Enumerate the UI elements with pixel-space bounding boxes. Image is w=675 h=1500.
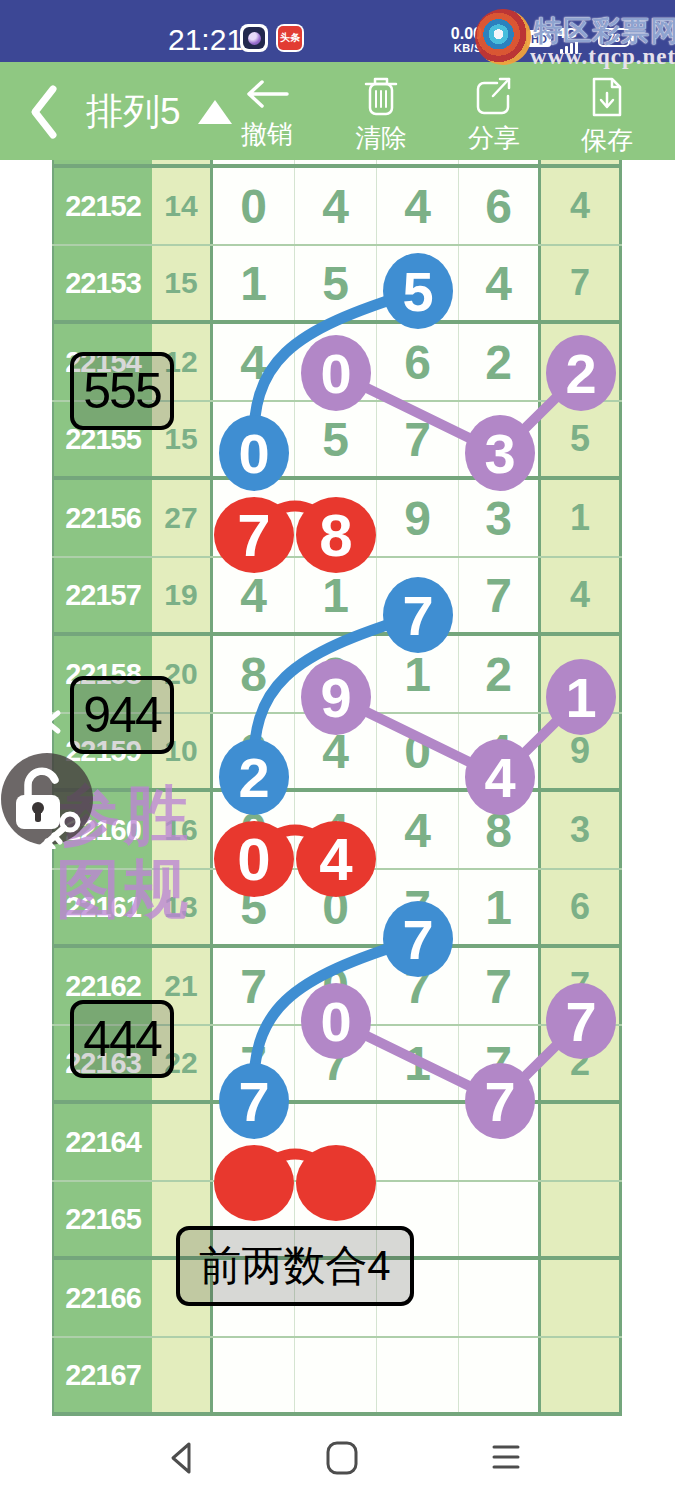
sum-cell: 10 — [152, 714, 213, 788]
digit-cell-3: 1 — [377, 1026, 459, 1100]
sum-cell: 14 — [152, 168, 213, 244]
undo-label: 撤销 — [241, 117, 293, 152]
network-speed-unit: KB/S — [436, 41, 482, 55]
sum-cell: 13 — [152, 870, 213, 944]
digit-cell-5 — [541, 1338, 622, 1412]
table-row: 22162 21 7 0 7 7 7 — [52, 948, 622, 1026]
trend-table: 22152 14 0 4 4 6 4 22153 15 1 5 5 4 7 22… — [52, 160, 622, 1420]
sum-cell — [152, 1182, 213, 1256]
digit-cell-4: 8 — [459, 792, 541, 868]
digit-cell-3: 0 — [377, 714, 459, 788]
table-row: 22166 — [52, 1260, 622, 1338]
status-time: 21:21 — [168, 23, 243, 57]
digit-cell-1: 7 — [213, 1026, 295, 1100]
digit-cell-1 — [213, 1260, 295, 1336]
digit-cell-4: 7 — [459, 1026, 541, 1100]
digit-cell-5: 7 — [541, 948, 622, 1024]
android-home-icon[interactable] — [322, 1438, 362, 1478]
digit-cell-4: 4 — [459, 246, 541, 320]
sum-cell — [152, 1104, 213, 1180]
save-icon — [589, 76, 625, 118]
period-cell: 22164 — [52, 1104, 152, 1180]
digit-cell-1 — [213, 1338, 295, 1412]
toutiao-badge: 头条 — [278, 26, 302, 50]
undo-arrow-icon — [243, 76, 291, 112]
signal-strength-icon — [560, 38, 580, 54]
digit-cell-5: 2 — [541, 1026, 622, 1100]
digit-cell-2: 4 — [295, 168, 377, 244]
table-row: 22163 22 7 7 1 7 2 — [52, 1026, 622, 1104]
table-row: 22158 20 8 9 1 2 1 — [52, 636, 622, 714]
digit-cell-3 — [377, 1182, 459, 1256]
digit-cell-5 — [541, 1260, 622, 1336]
period-cell: 22154 — [52, 324, 152, 400]
digit-cell-3 — [377, 1104, 459, 1180]
browser-app-logo — [243, 27, 265, 49]
digit-cell-3: 7 — [377, 870, 459, 944]
table-row: 22155 15 0 5 7 3 5 — [52, 402, 622, 480]
period-cell: 22167 — [52, 1338, 152, 1412]
digit-cell-3: 7 — [377, 948, 459, 1024]
digit-cell-4: 2 — [459, 324, 541, 400]
sum-cell: 22 — [152, 1026, 213, 1100]
digit-cell-4: 7 — [459, 948, 541, 1024]
share-label: 分享 — [468, 121, 520, 156]
table-row: 22160 16 0 4 4 8 3 — [52, 792, 622, 870]
undo-button[interactable]: 撤销 — [221, 76, 313, 152]
table-row-partial — [52, 160, 622, 168]
sum-cell: 20 — [152, 636, 213, 712]
period-cell: 22163 — [52, 1026, 152, 1100]
table-row: 22165 — [52, 1182, 622, 1260]
digit-cell-2: 4 — [295, 714, 377, 788]
clear-label: 清除 — [355, 121, 407, 156]
browser-app-icon — [240, 24, 268, 52]
digit-cell-5: 1 — [541, 480, 622, 556]
digit-cell-3: 1 — [377, 636, 459, 712]
digit-cell-4: 3 — [459, 480, 541, 556]
digit-cell-1: 0 — [213, 792, 295, 868]
digit-cell-3: 9 — [377, 480, 459, 556]
lock-button[interactable] — [0, 749, 94, 853]
digit-cell-1: 8 — [213, 636, 295, 712]
sum-cell: 21 — [152, 948, 213, 1024]
digit-cell-1: 5 — [213, 870, 295, 944]
digit-cell-4: 4 — [459, 714, 541, 788]
digit-cell-5 — [541, 1104, 622, 1180]
period-cell: 22152 — [52, 168, 152, 244]
android-nav-bar — [0, 1420, 675, 1500]
lock-icon — [0, 749, 94, 849]
digit-cell-4: 7 — [459, 558, 541, 632]
digit-cell-4: 2 — [459, 636, 541, 712]
sum-cell: 12 — [152, 324, 213, 400]
back-icon[interactable] — [28, 84, 58, 140]
period-cell: 22155 — [52, 402, 152, 476]
share-button[interactable]: 分享 — [448, 76, 540, 156]
period-cell: 22157 — [52, 558, 152, 632]
sum-cell: 19 — [152, 558, 213, 632]
status-bar: 21:21 头条 0.00 KB/S HD 4G 75 — [0, 0, 675, 62]
digit-cell-2: 5 — [295, 246, 377, 320]
digit-cell-2: 1 — [295, 558, 377, 632]
period-cell: 22156 — [52, 480, 152, 556]
digit-cell-4 — [459, 1338, 541, 1412]
table-row: 22153 15 1 5 5 4 7 — [52, 246, 622, 324]
digit-cell-1: 7 — [213, 948, 295, 1024]
sum-cell — [152, 1260, 213, 1336]
period-cell: 22165 — [52, 1182, 152, 1256]
battery-level: 75 — [608, 32, 620, 44]
digit-cell-5: 7 — [541, 246, 622, 320]
table-row: 22152 14 0 4 4 6 4 — [52, 168, 622, 246]
digit-cell-4: 6 — [459, 168, 541, 244]
page-title[interactable]: 排列5 — [86, 87, 181, 137]
digit-cell-3: 6 — [377, 324, 459, 400]
digit-cell-4 — [459, 1182, 541, 1256]
network-speed-value: 0.00 — [451, 25, 482, 42]
digit-cell-5 — [541, 1182, 622, 1256]
sum-cell: 15 — [152, 402, 213, 476]
battery-icon: 75 — [598, 28, 630, 47]
sum-cell — [152, 1338, 213, 1412]
save-button[interactable]: 保存 — [561, 76, 653, 158]
digit-cell-1: 4 — [213, 324, 295, 400]
digit-cell-3: 5 — [377, 246, 459, 320]
digit-cell-5: 4 — [541, 558, 622, 632]
digit-cell-2: 9 — [295, 636, 377, 712]
app-nav-bar: 排列5 撤销 清除 分享 — [0, 62, 675, 160]
digit-cell-3: 7 — [377, 558, 459, 632]
table-row: 22167 — [52, 1338, 622, 1416]
digit-cell-5: 4 — [541, 168, 622, 244]
sum-cell: 27 — [152, 480, 213, 556]
digit-cell-1: 0 — [213, 402, 295, 476]
period-cell: 22166 — [52, 1260, 152, 1336]
digit-cell-5: 6 — [541, 870, 622, 944]
android-back-icon[interactable] — [162, 1438, 200, 1478]
period-cell: 22162 — [52, 948, 152, 1024]
digit-cell-1: 0 — [213, 168, 295, 244]
sum-cell: 16 — [152, 792, 213, 868]
share-icon — [473, 76, 515, 116]
table-row: 22156 27 7 8 9 3 1 — [52, 480, 622, 558]
android-recents-icon[interactable] — [486, 1438, 526, 1478]
digit-cell-2 — [295, 1338, 377, 1412]
digit-cell-2: 4 — [295, 792, 377, 868]
digit-cell-3 — [377, 1260, 459, 1336]
digit-cell-1: 7 — [213, 480, 295, 556]
digit-cell-2: 0 — [295, 870, 377, 944]
network-speed: 0.00 KB/S — [436, 27, 482, 55]
save-label: 保存 — [581, 123, 633, 158]
digit-cell-2 — [295, 1260, 377, 1336]
toutiao-app-icon: 头条 — [276, 24, 304, 52]
table-row: 22164 — [52, 1104, 622, 1182]
digit-cell-1 — [213, 1104, 295, 1180]
digit-cell-2: 5 — [295, 402, 377, 476]
digit-cell-3: 4 — [377, 792, 459, 868]
digit-cell-2 — [295, 1182, 377, 1256]
digit-cell-1 — [213, 1182, 295, 1256]
digit-cell-4 — [459, 1260, 541, 1336]
digit-cell-4: 1 — [459, 870, 541, 944]
phone-screen: 21:21 头条 0.00 KB/S HD 4G 75 特区彩票网 www.tq… — [0, 0, 675, 1500]
digit-cell-5: 9 — [541, 714, 622, 788]
digit-cell-4: 3 — [459, 402, 541, 476]
digit-cell-3: 7 — [377, 402, 459, 476]
period-cell: 22158 — [52, 636, 152, 712]
digit-cell-2: 7 — [295, 1026, 377, 1100]
digit-cell-3: 4 — [377, 168, 459, 244]
period-cell: 22161 — [52, 870, 152, 944]
digit-cell-2: 0 — [295, 948, 377, 1024]
digit-cell-4 — [459, 1104, 541, 1180]
table-row: 22159 10 2 4 0 4 9 — [52, 714, 622, 792]
digit-cell-2: 8 — [295, 480, 377, 556]
digit-cell-5: 2 — [541, 324, 622, 400]
digit-cell-1: 4 — [213, 558, 295, 632]
digit-cell-5: 5 — [541, 402, 622, 476]
sum-cell: 15 — [152, 246, 213, 320]
digit-cell-2: 0 — [295, 324, 377, 400]
period-cell: 22153 — [52, 246, 152, 320]
table-row: 22161 13 5 0 7 1 6 — [52, 870, 622, 948]
digit-cell-1: 1 — [213, 246, 295, 320]
digit-cell-2 — [295, 1104, 377, 1180]
table-row: 22154 12 4 0 6 2 2 — [52, 324, 622, 402]
digit-cell-5: 1 — [541, 636, 622, 712]
trash-icon — [361, 76, 401, 116]
table-row: 22157 19 4 1 7 7 4 — [52, 558, 622, 636]
digit-cell-5: 3 — [541, 792, 622, 868]
digit-cell-3 — [377, 1338, 459, 1412]
digit-cell-1: 2 — [213, 714, 295, 788]
clear-button[interactable]: 清除 — [335, 76, 427, 156]
hd-voice-icon: HD — [527, 30, 551, 47]
